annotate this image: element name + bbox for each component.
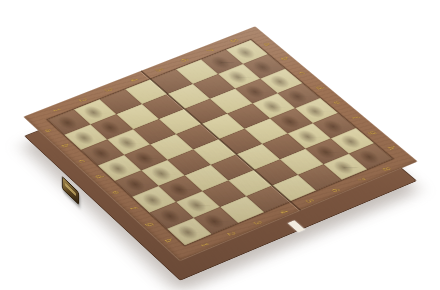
- board-frame: ♜♞♝♛♚♝♞♜♟♟♟♟♟♟♟♟♟♟♟♟♟♟♟♟♜♞♝♛♚♝♞♜ aabbccd…: [23, 26, 418, 261]
- square-h1: ♜: [167, 218, 211, 245]
- chess-set-photo: ♜♞♝♛♚♝♞♜♟♟♟♟♟♟♟♟♟♟♟♟♟♟♟♟♜♞♝♛♚♝♞♜ aabbccd…: [0, 0, 440, 290]
- chess-board: ♜♞♝♛♚♝♞♜♟♟♟♟♟♟♟♟♟♟♟♟♟♟♟♟♜♞♝♛♚♝♞♜ aabbccd…: [23, 26, 418, 261]
